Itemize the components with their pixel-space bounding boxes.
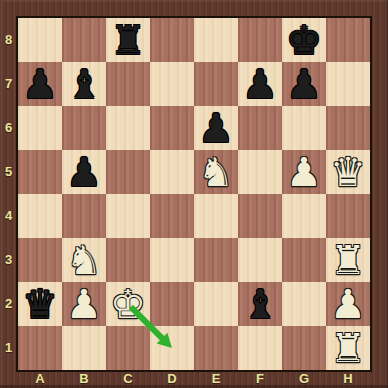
file-label-d: D	[150, 369, 194, 388]
square-e8[interactable]	[194, 18, 238, 62]
square-g6[interactable]	[282, 106, 326, 150]
square-h2[interactable]: ♟	[326, 282, 370, 326]
square-e7[interactable]	[194, 62, 238, 106]
file-label-g: G	[282, 369, 326, 388]
rank-label-7: 7	[0, 62, 17, 106]
square-a4[interactable]	[18, 194, 62, 238]
square-d1[interactable]	[150, 326, 194, 370]
file-label-b: B	[62, 369, 106, 388]
square-h7[interactable]	[326, 62, 370, 106]
square-c6[interactable]	[106, 106, 150, 150]
rank-label-6: 6	[0, 106, 17, 150]
square-a2[interactable]: ♛	[18, 282, 62, 326]
square-g2[interactable]	[282, 282, 326, 326]
black-pawn[interactable]: ♟	[22, 62, 58, 106]
black-queen[interactable]: ♛	[22, 282, 58, 326]
square-b1[interactable]	[62, 326, 106, 370]
white-pawn[interactable]: ♟	[330, 282, 366, 326]
square-g7[interactable]: ♟	[282, 62, 326, 106]
white-knight[interactable]: ♞	[198, 150, 234, 194]
square-b2[interactable]: ♟	[62, 282, 106, 326]
white-rook[interactable]: ♜	[330, 238, 366, 282]
square-d2[interactable]	[150, 282, 194, 326]
square-a3[interactable]	[18, 238, 62, 282]
square-d5[interactable]	[150, 150, 194, 194]
white-knight[interactable]: ♞	[66, 238, 102, 282]
black-pawn[interactable]: ♟	[286, 62, 322, 106]
square-h3[interactable]: ♜	[326, 238, 370, 282]
square-g8[interactable]: ♚	[282, 18, 326, 62]
rank-label-2: 2	[0, 282, 17, 326]
square-c5[interactable]	[106, 150, 150, 194]
black-king[interactable]: ♚	[286, 18, 322, 62]
square-g5[interactable]: ♟	[282, 150, 326, 194]
file-label-e: E	[194, 369, 238, 388]
square-f7[interactable]: ♟	[238, 62, 282, 106]
file-label-a: A	[18, 369, 62, 388]
square-b4[interactable]	[62, 194, 106, 238]
square-a5[interactable]	[18, 150, 62, 194]
square-d3[interactable]	[150, 238, 194, 282]
square-b7[interactable]: ♝	[62, 62, 106, 106]
square-f3[interactable]	[238, 238, 282, 282]
square-e1[interactable]	[194, 326, 238, 370]
black-pawn[interactable]: ♟	[242, 62, 278, 106]
rank-label-8: 8	[0, 18, 17, 62]
square-a7[interactable]: ♟	[18, 62, 62, 106]
black-rook[interactable]: ♜	[110, 18, 146, 62]
square-f6[interactable]	[238, 106, 282, 150]
square-e3[interactable]	[194, 238, 238, 282]
file-label-f: F	[238, 369, 282, 388]
white-king[interactable]: ♚	[110, 282, 146, 326]
square-f1[interactable]	[238, 326, 282, 370]
square-a8[interactable]	[18, 18, 62, 62]
square-b5[interactable]: ♟	[62, 150, 106, 194]
square-g4[interactable]	[282, 194, 326, 238]
file-label-c: C	[106, 369, 150, 388]
square-f4[interactable]	[238, 194, 282, 238]
square-h4[interactable]	[326, 194, 370, 238]
square-e6[interactable]: ♟	[194, 106, 238, 150]
square-f8[interactable]	[238, 18, 282, 62]
square-d6[interactable]	[150, 106, 194, 150]
square-g3[interactable]	[282, 238, 326, 282]
square-d4[interactable]	[150, 194, 194, 238]
square-c7[interactable]	[106, 62, 150, 106]
rank-label-4: 4	[0, 194, 17, 238]
square-c8[interactable]: ♜	[106, 18, 150, 62]
white-queen[interactable]: ♛	[330, 150, 366, 194]
white-pawn[interactable]: ♟	[286, 150, 322, 194]
black-bishop[interactable]: ♝	[242, 282, 278, 326]
square-g1[interactable]	[282, 326, 326, 370]
black-bishop[interactable]: ♝	[66, 62, 102, 106]
rank-label-3: 3	[0, 238, 17, 282]
square-b6[interactable]	[62, 106, 106, 150]
file-label-h: H	[326, 369, 370, 388]
square-d8[interactable]	[150, 18, 194, 62]
square-e4[interactable]	[194, 194, 238, 238]
square-d7[interactable]	[150, 62, 194, 106]
black-pawn[interactable]: ♟	[66, 150, 102, 194]
square-e5[interactable]: ♞	[194, 150, 238, 194]
black-pawn[interactable]: ♟	[198, 106, 234, 150]
square-c1[interactable]	[106, 326, 150, 370]
square-h8[interactable]	[326, 18, 370, 62]
rank-label-5: 5	[0, 150, 17, 194]
chess-board-frame: ♜♚♟♝♟♟♟♟♞♟♛♞♜♛♟♚♝♟♜ 87654321 ABCDEFGH	[0, 0, 388, 388]
square-f2[interactable]: ♝	[238, 282, 282, 326]
square-c2[interactable]: ♚	[106, 282, 150, 326]
white-rook[interactable]: ♜	[330, 326, 366, 370]
white-pawn[interactable]: ♟	[66, 282, 102, 326]
square-h5[interactable]: ♛	[326, 150, 370, 194]
rank-label-1: 1	[0, 326, 17, 370]
square-a1[interactable]	[18, 326, 62, 370]
square-b3[interactable]: ♞	[62, 238, 106, 282]
square-a6[interactable]	[18, 106, 62, 150]
square-c3[interactable]	[106, 238, 150, 282]
square-e2[interactable]	[194, 282, 238, 326]
square-h6[interactable]	[326, 106, 370, 150]
square-f5[interactable]	[238, 150, 282, 194]
square-b8[interactable]	[62, 18, 106, 62]
square-c4[interactable]	[106, 194, 150, 238]
square-h1[interactable]: ♜	[326, 326, 370, 370]
chess-board: ♜♚♟♝♟♟♟♟♞♟♛♞♜♛♟♚♝♟♜	[18, 18, 370, 370]
